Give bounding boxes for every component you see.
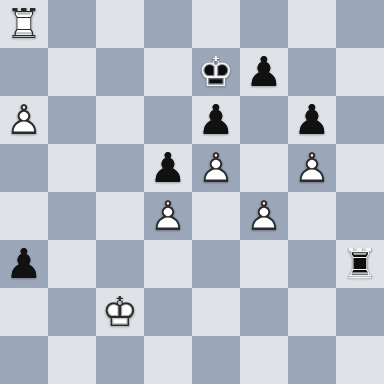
square-f6[interactable] xyxy=(240,96,288,144)
square-c1[interactable] xyxy=(96,336,144,384)
piece-black-king[interactable]: ♚♔ xyxy=(192,48,240,96)
square-b3[interactable] xyxy=(48,240,96,288)
black-pawn-outline-glyph: ♙ xyxy=(288,96,336,144)
square-f3[interactable] xyxy=(240,240,288,288)
square-h4[interactable] xyxy=(336,192,384,240)
square-d4[interactable]: ♟♙ xyxy=(144,192,192,240)
square-e2[interactable] xyxy=(192,288,240,336)
square-a7[interactable] xyxy=(0,48,48,96)
square-e4[interactable] xyxy=(192,192,240,240)
black-pawn-outline-glyph: ♙ xyxy=(144,144,192,192)
square-f1[interactable] xyxy=(240,336,288,384)
square-d2[interactable] xyxy=(144,288,192,336)
piece-black-rook[interactable]: ♜♖ xyxy=(336,240,384,288)
piece-black-pawn[interactable]: ♟♙ xyxy=(144,144,192,192)
square-c7[interactable] xyxy=(96,48,144,96)
piece-white-pawn[interactable]: ♟♙ xyxy=(0,96,48,144)
black-pawn-outline-glyph: ♙ xyxy=(192,96,240,144)
square-a1[interactable] xyxy=(0,336,48,384)
piece-white-pawn[interactable]: ♟♙ xyxy=(192,144,240,192)
square-d1[interactable] xyxy=(144,336,192,384)
black-pawn-outline-glyph: ♙ xyxy=(240,48,288,96)
square-e3[interactable] xyxy=(192,240,240,288)
square-a6[interactable]: ♟♙ xyxy=(0,96,48,144)
square-b7[interactable] xyxy=(48,48,96,96)
square-g7[interactable] xyxy=(288,48,336,96)
square-b6[interactable] xyxy=(48,96,96,144)
black-rook-outline-glyph: ♖ xyxy=(336,240,384,288)
white-pawn-outline-glyph: ♙ xyxy=(240,192,288,240)
square-h7[interactable] xyxy=(336,48,384,96)
piece-black-pawn[interactable]: ♟♙ xyxy=(192,96,240,144)
square-g1[interactable] xyxy=(288,336,336,384)
square-c6[interactable] xyxy=(96,96,144,144)
piece-black-pawn[interactable]: ♟♙ xyxy=(288,96,336,144)
square-d5[interactable]: ♟♙ xyxy=(144,144,192,192)
square-h5[interactable] xyxy=(336,144,384,192)
white-rook-outline-glyph: ♖ xyxy=(0,0,48,48)
square-g2[interactable] xyxy=(288,288,336,336)
square-f8[interactable] xyxy=(240,0,288,48)
square-b5[interactable] xyxy=(48,144,96,192)
square-f2[interactable] xyxy=(240,288,288,336)
square-e1[interactable] xyxy=(192,336,240,384)
square-h1[interactable] xyxy=(336,336,384,384)
square-h2[interactable] xyxy=(336,288,384,336)
square-f7[interactable]: ♟♙ xyxy=(240,48,288,96)
white-king-outline-glyph: ♔ xyxy=(96,288,144,336)
square-c2[interactable]: ♚♔ xyxy=(96,288,144,336)
piece-black-pawn[interactable]: ♟♙ xyxy=(240,48,288,96)
square-g3[interactable] xyxy=(288,240,336,288)
square-b8[interactable] xyxy=(48,0,96,48)
square-c8[interactable] xyxy=(96,0,144,48)
square-e8[interactable] xyxy=(192,0,240,48)
square-b1[interactable] xyxy=(48,336,96,384)
square-h8[interactable] xyxy=(336,0,384,48)
square-h3[interactable]: ♜♖ xyxy=(336,240,384,288)
white-pawn-outline-glyph: ♙ xyxy=(288,144,336,192)
square-a8[interactable]: ♜♖ xyxy=(0,0,48,48)
square-b4[interactable] xyxy=(48,192,96,240)
square-c3[interactable] xyxy=(96,240,144,288)
square-d6[interactable] xyxy=(144,96,192,144)
square-c4[interactable] xyxy=(96,192,144,240)
white-pawn-outline-glyph: ♙ xyxy=(0,96,48,144)
piece-white-pawn[interactable]: ♟♙ xyxy=(288,144,336,192)
square-c5[interactable] xyxy=(96,144,144,192)
piece-white-pawn[interactable]: ♟♙ xyxy=(144,192,192,240)
piece-white-king[interactable]: ♚♔ xyxy=(96,288,144,336)
square-a3[interactable]: ♟♙ xyxy=(0,240,48,288)
piece-white-pawn[interactable]: ♟♙ xyxy=(240,192,288,240)
square-d3[interactable] xyxy=(144,240,192,288)
square-a4[interactable] xyxy=(0,192,48,240)
piece-black-pawn[interactable]: ♟♙ xyxy=(0,240,48,288)
square-e7[interactable]: ♚♔ xyxy=(192,48,240,96)
black-pawn-outline-glyph: ♙ xyxy=(0,240,48,288)
square-a2[interactable] xyxy=(0,288,48,336)
square-g8[interactable] xyxy=(288,0,336,48)
piece-white-rook[interactable]: ♜♖ xyxy=(0,0,48,48)
white-pawn-outline-glyph: ♙ xyxy=(144,192,192,240)
square-g6[interactable]: ♟♙ xyxy=(288,96,336,144)
chess-board: ♜♖♚♔♟♙♟♙♟♙♟♙♟♙♟♙♟♙♟♙♟♙♟♙♜♖♚♔ xyxy=(0,0,384,384)
square-b2[interactable] xyxy=(48,288,96,336)
square-e6[interactable]: ♟♙ xyxy=(192,96,240,144)
square-d8[interactable] xyxy=(144,0,192,48)
white-pawn-outline-glyph: ♙ xyxy=(192,144,240,192)
square-e5[interactable]: ♟♙ xyxy=(192,144,240,192)
square-a5[interactable] xyxy=(0,144,48,192)
black-king-outline-glyph: ♔ xyxy=(192,48,240,96)
square-f4[interactable]: ♟♙ xyxy=(240,192,288,240)
square-f5[interactable] xyxy=(240,144,288,192)
square-d7[interactable] xyxy=(144,48,192,96)
square-g5[interactable]: ♟♙ xyxy=(288,144,336,192)
square-g4[interactable] xyxy=(288,192,336,240)
square-h6[interactable] xyxy=(336,96,384,144)
